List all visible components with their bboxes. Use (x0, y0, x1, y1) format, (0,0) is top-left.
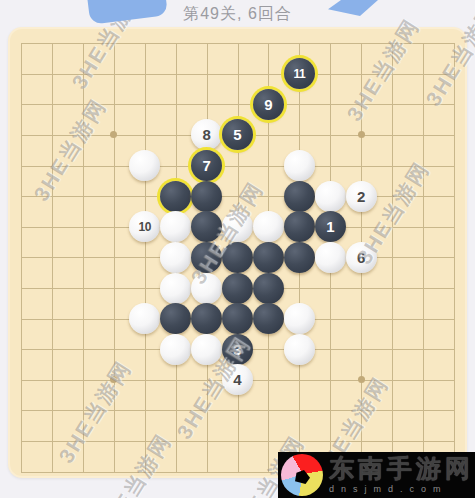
stone-black-9x6[interactable] (284, 211, 315, 242)
star-point (110, 376, 117, 383)
stone-black-8x2[interactable]: 9 (253, 89, 284, 120)
stone-white-4x6[interactable]: 10 (129, 211, 160, 242)
app-screen: 第49关, 6回合 11985721016343HE当游网3HE当游网3HE当游… (0, 0, 475, 498)
stone-white-4x4[interactable] (129, 150, 160, 181)
stone-white-6x10[interactable] (191, 334, 222, 365)
level-title: 第49关, 6回合 (0, 4, 475, 25)
stone-white-10x5[interactable] (315, 181, 346, 212)
stone-black-7x9[interactable] (222, 303, 253, 334)
stone-black-7x8[interactable] (222, 273, 253, 304)
stone-white-8x6[interactable] (253, 211, 284, 242)
stone-black-6x5[interactable] (191, 181, 222, 212)
watermark-text: 3HE当游网 (27, 93, 112, 206)
stone-white-7x6[interactable] (222, 211, 253, 242)
stone-black-8x8[interactable] (253, 273, 284, 304)
stone-white-9x9[interactable] (284, 303, 315, 334)
stone-black-10x6[interactable]: 1 (315, 211, 346, 242)
stone-black-9x1[interactable]: 11 (284, 58, 315, 89)
grid-line-horizontal (21, 441, 454, 442)
stone-black-7x3[interactable]: 5 (222, 119, 253, 150)
stone-white-10x7[interactable] (315, 242, 346, 273)
stone-black-5x9[interactable] (160, 303, 191, 334)
site-watermark-bar: 东南手游网 dnsjmd.com (278, 452, 475, 498)
stone-black-7x10[interactable]: 3 (222, 334, 253, 365)
stone-white-6x8[interactable] (191, 273, 222, 304)
stone-black-7x7[interactable] (222, 242, 253, 273)
grid-line-vertical (392, 43, 393, 472)
stone-black-8x9[interactable] (253, 303, 284, 334)
stone-black-6x6[interactable] (191, 211, 222, 242)
grid-line-horizontal (21, 410, 454, 411)
watermark-text: 3HE当游网 (340, 13, 425, 126)
stone-black-6x7[interactable] (191, 242, 222, 273)
stone-black-5x5[interactable] (160, 181, 191, 212)
site-domain: dnsjmd.com (329, 485, 474, 494)
stone-black-9x7[interactable] (284, 242, 315, 273)
watermark-text: 3HE当游网 (92, 428, 177, 498)
grid-line-vertical (423, 43, 424, 472)
star-point (110, 131, 117, 138)
stone-white-5x6[interactable] (160, 211, 191, 242)
stone-white-7x11[interactable]: 4 (222, 364, 253, 395)
stone-white-4x9[interactable] (129, 303, 160, 334)
stone-white-11x5[interactable]: 2 (346, 181, 377, 212)
grid-line-vertical (454, 43, 455, 472)
stone-black-6x4[interactable]: 7 (191, 150, 222, 181)
stone-white-5x8[interactable] (160, 273, 191, 304)
stone-white-11x7[interactable]: 6 (346, 242, 377, 273)
stone-white-5x10[interactable] (160, 334, 191, 365)
stone-white-5x7[interactable] (160, 242, 191, 273)
site-logo-icon (281, 454, 323, 496)
watermark-text: 3HE当游网 (52, 355, 137, 468)
stone-white-9x4[interactable] (284, 150, 315, 181)
site-name: 东南手游网 (329, 456, 474, 481)
star-point (358, 131, 365, 138)
stone-black-9x5[interactable] (284, 181, 315, 212)
board[interactable]: 11985721016343HE当游网3HE当游网3HE当游网3HE当游网3HE… (0, 0, 475, 498)
stone-white-9x10[interactable] (284, 334, 315, 365)
stone-black-6x9[interactable] (191, 303, 222, 334)
stone-white-6x3[interactable]: 8 (191, 119, 222, 150)
star-point (358, 376, 365, 383)
stone-black-8x7[interactable] (253, 242, 284, 273)
